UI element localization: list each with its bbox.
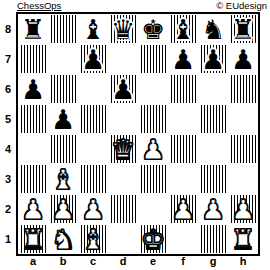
rank-label-6: 6 (0, 74, 16, 104)
square-h2[interactable]: ♟ (228, 194, 258, 224)
square-d5[interactable] (108, 104, 138, 134)
square-h4[interactable] (228, 134, 258, 164)
file-label-f: f (168, 255, 198, 268)
square-f5[interactable] (168, 104, 198, 134)
square-h5[interactable] (228, 104, 258, 134)
black-bishop-c8[interactable]: ♝ (81, 16, 105, 43)
black-pawn-d6[interactable]: ♟ (111, 76, 135, 103)
square-b6[interactable] (48, 74, 78, 104)
square-d8[interactable]: ♛ (108, 14, 138, 44)
square-d7[interactable] (108, 44, 138, 74)
square-b2[interactable]: ♟ (48, 194, 78, 224)
square-c8[interactable]: ♝ (78, 14, 108, 44)
square-f8[interactable]: ♝ (168, 14, 198, 44)
square-c4[interactable] (78, 134, 108, 164)
rank-label-1: 1 (0, 224, 16, 254)
square-e1[interactable]: ♚ (138, 224, 168, 254)
black-pawn-h7[interactable]: ♟ (231, 46, 255, 73)
square-c5[interactable] (78, 104, 108, 134)
white-knight-b1[interactable]: ♞ (51, 226, 75, 253)
square-c2[interactable]: ♟ (78, 194, 108, 224)
square-h1[interactable]: ♜ (228, 224, 258, 254)
app-title: ChessOps (17, 0, 61, 11)
title-bar: ChessOps © EUdesign (0, 0, 270, 11)
file-label-c: c (78, 255, 108, 268)
file-label-h: h (228, 255, 258, 268)
black-rook-a8[interactable]: ♜ (21, 16, 45, 43)
rank-label-2: 2 (0, 194, 16, 224)
square-f1[interactable] (168, 224, 198, 254)
white-king-e1[interactable]: ♚ (141, 226, 165, 253)
board: ♜♝♛♚♝♞♜♟♟♟♟♟♟♟♛♟♝♟♟♟♟♟♟♜♞♝♚♜ (16, 12, 260, 256)
square-b5[interactable]: ♟ (48, 104, 78, 134)
white-pawn-f2[interactable]: ♟ (171, 196, 195, 223)
white-bishop-c1[interactable]: ♝ (81, 226, 105, 253)
square-a3[interactable] (18, 164, 48, 194)
square-e7[interactable] (138, 44, 168, 74)
white-pawn-h2[interactable]: ♟ (231, 196, 255, 223)
black-knight-g8[interactable]: ♞ (201, 16, 225, 43)
square-c1[interactable]: ♝ (78, 224, 108, 254)
black-pawn-b5[interactable]: ♟ (51, 106, 75, 133)
rank-label-3: 3 (0, 164, 16, 194)
square-d2[interactable] (108, 194, 138, 224)
file-label-a: a (18, 255, 48, 268)
square-d1[interactable] (108, 224, 138, 254)
black-pawn-c7[interactable]: ♟ (81, 46, 105, 73)
white-pawn-a2[interactable]: ♟ (21, 196, 45, 223)
square-f2[interactable]: ♟ (168, 194, 198, 224)
square-a5[interactable] (18, 104, 48, 134)
square-h7[interactable]: ♟ (228, 44, 258, 74)
black-pawn-g7[interactable]: ♟ (201, 46, 225, 73)
square-b3[interactable]: ♝ (48, 164, 78, 194)
square-g5[interactable] (198, 104, 228, 134)
square-b1[interactable]: ♞ (48, 224, 78, 254)
square-e2[interactable] (138, 194, 168, 224)
square-a8[interactable]: ♜ (18, 14, 48, 44)
file-label-e: e (138, 255, 168, 268)
square-c3[interactable] (78, 164, 108, 194)
square-h8[interactable]: ♜ (228, 14, 258, 44)
square-g7[interactable]: ♟ (198, 44, 228, 74)
copyright-credit: © EUdesign (216, 0, 267, 11)
white-pawn-b2[interactable]: ♟ (51, 196, 75, 223)
square-e4[interactable]: ♟ (138, 134, 168, 164)
square-h6[interactable] (228, 74, 258, 104)
square-a2[interactable]: ♟ (18, 194, 48, 224)
square-d3[interactable] (108, 164, 138, 194)
square-b4[interactable] (48, 134, 78, 164)
rank-label-7: 7 (0, 44, 16, 74)
black-rook-h8[interactable]: ♜ (231, 16, 255, 43)
square-a7[interactable] (18, 44, 48, 74)
square-h3[interactable] (228, 164, 258, 194)
square-g2[interactable]: ♟ (198, 194, 228, 224)
square-f3[interactable] (168, 164, 198, 194)
square-a6[interactable]: ♟ (18, 74, 48, 104)
white-bishop-b3[interactable]: ♝ (51, 166, 75, 193)
black-pawn-a6[interactable]: ♟ (21, 76, 45, 103)
file-label-g: g (198, 255, 228, 268)
chess-app-window: ChessOps © EUdesign 87654321 ♜♝♛♚♝♞♜♟♟♟♟… (0, 0, 270, 270)
white-rook-h1[interactable]: ♜ (231, 226, 255, 253)
square-g4[interactable] (198, 134, 228, 164)
file-labels: abcdefgh (18, 255, 258, 268)
black-king-e8[interactable]: ♚ (141, 16, 165, 43)
square-a4[interactable] (18, 134, 48, 164)
rank-label-5: 5 (0, 104, 16, 134)
square-c6[interactable] (78, 74, 108, 104)
rank-label-8: 8 (0, 14, 16, 44)
file-label-d: d (108, 255, 138, 268)
square-d6[interactable]: ♟ (108, 74, 138, 104)
square-g3[interactable] (198, 164, 228, 194)
white-queen-d4[interactable]: ♛ (111, 136, 135, 163)
black-bishop-f8[interactable]: ♝ (171, 16, 195, 43)
square-g6[interactable] (198, 74, 228, 104)
black-pawn-f7[interactable]: ♟ (171, 46, 195, 73)
square-b7[interactable] (48, 44, 78, 74)
square-g8[interactable]: ♞ (198, 14, 228, 44)
square-d4[interactable]: ♛ (108, 134, 138, 164)
square-g1[interactable] (198, 224, 228, 254)
square-e8[interactable]: ♚ (138, 14, 168, 44)
rank-label-4: 4 (0, 134, 16, 164)
square-c7[interactable]: ♟ (78, 44, 108, 74)
square-a1[interactable]: ♜ (18, 224, 48, 254)
square-e3[interactable] (138, 164, 168, 194)
rank-labels: 87654321 (0, 14, 16, 254)
file-label-b: b (48, 255, 78, 268)
square-e5[interactable] (138, 104, 168, 134)
white-pawn-c2[interactable]: ♟ (81, 196, 105, 223)
square-f7[interactable]: ♟ (168, 44, 198, 74)
square-f4[interactable] (168, 134, 198, 164)
white-pawn-g2[interactable]: ♟ (201, 196, 225, 223)
black-queen-d8[interactable]: ♛ (111, 16, 135, 43)
white-rook-a1[interactable]: ♜ (21, 226, 45, 253)
square-e6[interactable] (138, 74, 168, 104)
white-pawn-e4[interactable]: ♟ (141, 136, 165, 163)
square-f6[interactable] (168, 74, 198, 104)
square-b8[interactable] (48, 14, 78, 44)
